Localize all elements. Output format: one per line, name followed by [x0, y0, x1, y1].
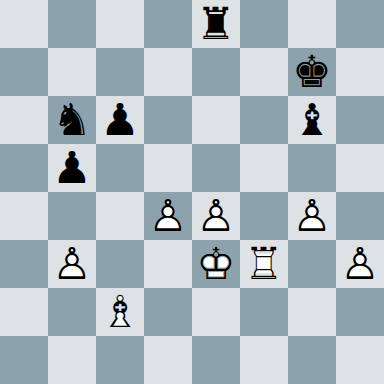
square-f7[interactable] [240, 48, 288, 96]
square-b1[interactable] [48, 336, 96, 384]
square-g5[interactable] [288, 144, 336, 192]
square-h5[interactable] [336, 144, 384, 192]
king-glyph-outline: ♔ [192, 240, 240, 288]
piece-black-pawn[interactable]: ♟ [48, 144, 96, 192]
square-h2[interactable] [336, 288, 384, 336]
piece-white-pawn[interactable]: ♟♙ [336, 240, 384, 288]
square-g7[interactable]: ♚ [288, 48, 336, 96]
square-e3[interactable]: ♚♔ [192, 240, 240, 288]
piece-black-king[interactable]: ♚ [288, 48, 336, 96]
pawn-glyph-outline: ♙ [192, 192, 240, 240]
square-f2[interactable] [240, 288, 288, 336]
square-c7[interactable] [96, 48, 144, 96]
square-c1[interactable] [96, 336, 144, 384]
square-e1[interactable] [192, 336, 240, 384]
square-e7[interactable] [192, 48, 240, 96]
square-a7[interactable] [0, 48, 48, 96]
square-a8[interactable] [0, 0, 48, 48]
square-c4[interactable] [96, 192, 144, 240]
square-b5[interactable]: ♟ [48, 144, 96, 192]
piece-white-pawn[interactable]: ♟♙ [48, 240, 96, 288]
pawn-glyph-outline: ♙ [288, 192, 336, 240]
square-b7[interactable] [48, 48, 96, 96]
king-glyph: ♚ [288, 48, 336, 96]
square-g3[interactable] [288, 240, 336, 288]
square-g8[interactable] [288, 0, 336, 48]
square-f3[interactable]: ♜♖ [240, 240, 288, 288]
pawn-glyph: ♟ [48, 144, 96, 192]
piece-black-knight[interactable]: ♞ [48, 96, 96, 144]
bishop-glyph: ♝ [288, 96, 336, 144]
square-d3[interactable] [144, 240, 192, 288]
square-g4[interactable]: ♟♙ [288, 192, 336, 240]
square-h1[interactable] [336, 336, 384, 384]
square-h8[interactable] [336, 0, 384, 48]
square-a3[interactable] [0, 240, 48, 288]
square-b6[interactable]: ♞ [48, 96, 96, 144]
bishop-glyph-outline: ♗ [96, 288, 144, 336]
square-c6[interactable]: ♟ [96, 96, 144, 144]
square-f1[interactable] [240, 336, 288, 384]
piece-white-pawn[interactable]: ♟♙ [192, 192, 240, 240]
pawn-glyph-outline: ♙ [336, 240, 384, 288]
square-a2[interactable] [0, 288, 48, 336]
square-f6[interactable] [240, 96, 288, 144]
square-h3[interactable]: ♟♙ [336, 240, 384, 288]
square-c2[interactable]: ♝♗ [96, 288, 144, 336]
pawn-glyph-outline: ♙ [48, 240, 96, 288]
square-g1[interactable] [288, 336, 336, 384]
piece-black-bishop[interactable]: ♝ [288, 96, 336, 144]
square-b4[interactable] [48, 192, 96, 240]
square-e4[interactable]: ♟♙ [192, 192, 240, 240]
piece-white-rook[interactable]: ♜♖ [240, 240, 288, 288]
square-g2[interactable] [288, 288, 336, 336]
square-c3[interactable] [96, 240, 144, 288]
square-c8[interactable] [96, 0, 144, 48]
square-d8[interactable] [144, 0, 192, 48]
square-d7[interactable] [144, 48, 192, 96]
piece-black-pawn[interactable]: ♟ [96, 96, 144, 144]
square-e5[interactable] [192, 144, 240, 192]
chess-board: ♜♚♞♟♝♟♟♙♟♙♟♙♟♙♚♔♜♖♟♙♝♗ [0, 0, 384, 384]
pawn-glyph: ♟ [96, 96, 144, 144]
piece-white-king[interactable]: ♚♔ [192, 240, 240, 288]
square-e2[interactable] [192, 288, 240, 336]
square-h6[interactable] [336, 96, 384, 144]
square-b8[interactable] [48, 0, 96, 48]
square-d2[interactable] [144, 288, 192, 336]
square-h7[interactable] [336, 48, 384, 96]
square-h4[interactable] [336, 192, 384, 240]
knight-glyph: ♞ [48, 96, 96, 144]
square-b2[interactable] [48, 288, 96, 336]
square-e8[interactable]: ♜ [192, 0, 240, 48]
square-d6[interactable] [144, 96, 192, 144]
pawn-glyph-outline: ♙ [144, 192, 192, 240]
square-c5[interactable] [96, 144, 144, 192]
square-f4[interactable] [240, 192, 288, 240]
square-a1[interactable] [0, 336, 48, 384]
square-d4[interactable]: ♟♙ [144, 192, 192, 240]
square-d5[interactable] [144, 144, 192, 192]
square-a4[interactable] [0, 192, 48, 240]
rook-glyph-outline: ♖ [240, 240, 288, 288]
piece-black-rook[interactable]: ♜ [192, 0, 240, 48]
square-f8[interactable] [240, 0, 288, 48]
square-b3[interactable]: ♟♙ [48, 240, 96, 288]
square-g6[interactable]: ♝ [288, 96, 336, 144]
square-e6[interactable] [192, 96, 240, 144]
piece-white-bishop[interactable]: ♝♗ [96, 288, 144, 336]
square-a5[interactable] [0, 144, 48, 192]
piece-white-pawn[interactable]: ♟♙ [144, 192, 192, 240]
rook-glyph: ♜ [192, 0, 240, 48]
square-a6[interactable] [0, 96, 48, 144]
square-f5[interactable] [240, 144, 288, 192]
square-d1[interactable] [144, 336, 192, 384]
piece-white-pawn[interactable]: ♟♙ [288, 192, 336, 240]
